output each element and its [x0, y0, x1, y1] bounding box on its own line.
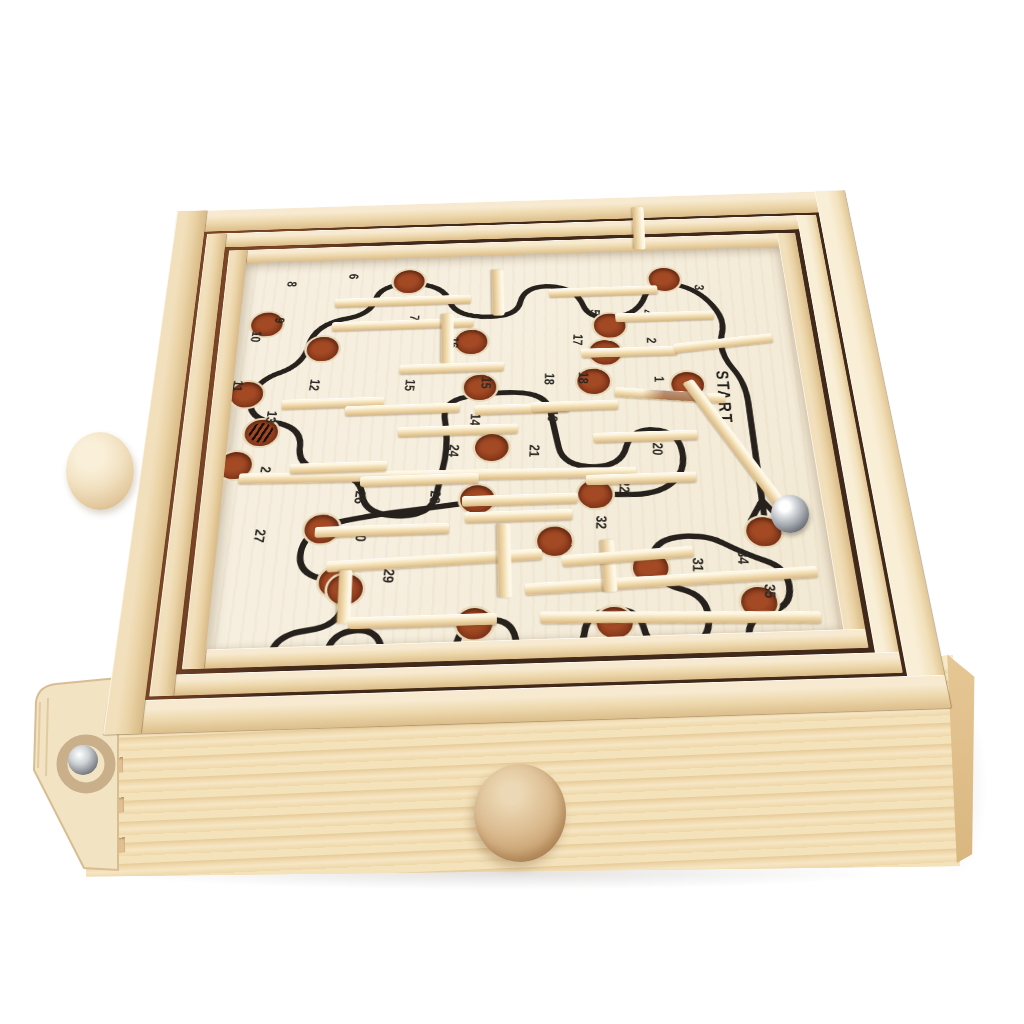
- maze-wall: [442, 314, 454, 364]
- maze-wall: [314, 523, 449, 538]
- walls-layer: [206, 246, 843, 649]
- maze-wall: [581, 346, 678, 358]
- maze-wall: [540, 611, 822, 623]
- maze-wall: [548, 285, 657, 297]
- maze-wall: [601, 540, 618, 593]
- maze-tray-3d: 8639754101617211121515181811314192524212…: [103, 190, 951, 734]
- maze-wall: [532, 400, 619, 412]
- maze-wall: [465, 509, 573, 523]
- steel-ball-on-board[interactable]: [771, 495, 809, 533]
- maze-wall: [399, 362, 504, 375]
- maze-tray: 8639754101617211121515181811314192524212…: [56, 26, 980, 834]
- maze-wall: [673, 333, 774, 353]
- maze-wall: [615, 310, 714, 322]
- maze-wall: [337, 570, 353, 624]
- maze-wall: [632, 207, 645, 249]
- maze-wall: [524, 566, 818, 595]
- maze-wall: [335, 295, 472, 308]
- maze-wall: [586, 472, 697, 486]
- maze-wall: [497, 523, 512, 597]
- maze-wall: [462, 493, 578, 507]
- maze-wall: [561, 546, 694, 567]
- front-tilt-knob[interactable]: [474, 764, 566, 862]
- maze-wall: [492, 269, 505, 315]
- maze-wall: [593, 430, 698, 443]
- maze-wall: [398, 423, 518, 437]
- maze-wall: [348, 613, 497, 629]
